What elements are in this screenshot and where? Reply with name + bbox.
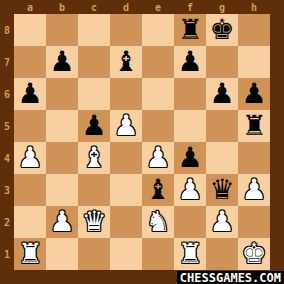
piece-white-pawn-g2[interactable]: ♟ — [209, 206, 234, 238]
square-e3[interactable]: ♝ — [142, 174, 174, 206]
square-c8[interactable] — [78, 14, 110, 46]
square-a5[interactable] — [14, 110, 46, 142]
square-f8[interactable]: ♜ — [174, 14, 206, 46]
piece-white-rook-a1[interactable]: ♜ — [17, 238, 42, 270]
square-g7[interactable] — [206, 46, 238, 78]
piece-black-pawn-f7[interactable]: ♟ — [177, 46, 202, 78]
square-f2[interactable] — [174, 206, 206, 238]
rank-label-4: 4 — [0, 142, 14, 174]
piece-black-bishop-e3[interactable]: ♝ — [145, 174, 170, 206]
square-g5[interactable] — [206, 110, 238, 142]
square-h3[interactable]: ♟ — [238, 174, 270, 206]
rank-label-1: 1 — [0, 238, 14, 270]
piece-black-king-g8[interactable]: ♚ — [209, 14, 234, 46]
square-e7[interactable] — [142, 46, 174, 78]
piece-white-rook-f1[interactable]: ♜ — [177, 238, 202, 270]
piece-black-rook-h5[interactable]: ♜ — [241, 110, 266, 142]
rank-label-8: 8 — [0, 14, 14, 46]
square-h2[interactable] — [238, 206, 270, 238]
square-b5[interactable] — [46, 110, 78, 142]
square-a8[interactable] — [14, 14, 46, 46]
file-label-c: c — [78, 0, 110, 14]
square-c4[interactable]: ♝ — [78, 142, 110, 174]
piece-black-bishop-d7[interactable]: ♝ — [113, 46, 138, 78]
piece-white-pawn-b2[interactable]: ♟ — [49, 206, 74, 238]
file-label-f: f — [174, 0, 206, 14]
square-c5[interactable]: ♟ — [78, 110, 110, 142]
square-c7[interactable] — [78, 46, 110, 78]
square-a4[interactable]: ♟ — [14, 142, 46, 174]
square-c3[interactable] — [78, 174, 110, 206]
rank-label-2: 2 — [0, 206, 14, 238]
piece-white-knight-e2[interactable]: ♞ — [145, 206, 170, 238]
square-h5[interactable]: ♜ — [238, 110, 270, 142]
square-h1[interactable]: ♚ — [238, 238, 270, 270]
square-g3[interactable]: ♛ — [206, 174, 238, 206]
square-d1[interactable] — [110, 238, 142, 270]
square-e4[interactable]: ♟ — [142, 142, 174, 174]
square-f3[interactable]: ♟ — [174, 174, 206, 206]
square-b3[interactable] — [46, 174, 78, 206]
square-b7[interactable]: ♟ — [46, 46, 78, 78]
square-f1[interactable]: ♜ — [174, 238, 206, 270]
piece-white-pawn-a4[interactable]: ♟ — [17, 142, 42, 174]
square-c2[interactable]: ♛ — [78, 206, 110, 238]
board: ♜♚♟♝♟♟♟♟♟♟♜♟♝♟♟♝♟♛♟♟♛♞♟♜♜♚ — [14, 14, 270, 270]
file-label-h: h — [238, 0, 270, 14]
file-label-g: g — [206, 0, 238, 14]
square-g6[interactable]: ♟ — [206, 78, 238, 110]
square-a6[interactable]: ♟ — [14, 78, 46, 110]
square-g8[interactable]: ♚ — [206, 14, 238, 46]
piece-black-pawn-g6[interactable]: ♟ — [209, 78, 234, 110]
square-a2[interactable] — [14, 206, 46, 238]
square-b4[interactable] — [46, 142, 78, 174]
square-c1[interactable] — [78, 238, 110, 270]
square-a7[interactable] — [14, 46, 46, 78]
piece-black-pawn-c5[interactable]: ♟ — [81, 110, 106, 142]
rank-label-3: 3 — [0, 174, 14, 206]
square-d4[interactable] — [110, 142, 142, 174]
square-b1[interactable] — [46, 238, 78, 270]
piece-white-pawn-e4[interactable]: ♟ — [145, 142, 170, 174]
piece-black-queen-g3[interactable]: ♛ — [209, 174, 234, 206]
square-f4[interactable]: ♟ — [174, 142, 206, 174]
file-label-e: e — [142, 0, 174, 14]
square-e6[interactable] — [142, 78, 174, 110]
piece-white-pawn-d5[interactable]: ♟ — [113, 110, 138, 142]
square-d8[interactable] — [110, 14, 142, 46]
file-label-d: d — [110, 0, 142, 14]
piece-white-queen-c2[interactable]: ♛ — [81, 206, 106, 238]
square-h4[interactable] — [238, 142, 270, 174]
chess-diagram: abcdefgh 87654321 ♜♚♟♝♟♟♟♟♟♟♜♟♝♟♟♝♟♛♟♟♛♞… — [0, 0, 284, 284]
piece-black-pawn-h6[interactable]: ♟ — [241, 78, 266, 110]
square-f6[interactable] — [174, 78, 206, 110]
piece-black-pawn-b7[interactable]: ♟ — [49, 46, 74, 78]
square-g2[interactable]: ♟ — [206, 206, 238, 238]
square-f5[interactable] — [174, 110, 206, 142]
square-d3[interactable] — [110, 174, 142, 206]
rank-label-7: 7 — [0, 46, 14, 78]
square-d5[interactable]: ♟ — [110, 110, 142, 142]
file-labels: abcdefgh — [14, 0, 270, 14]
square-h8[interactable] — [238, 14, 270, 46]
piece-white-king-h1[interactable]: ♚ — [241, 238, 266, 270]
square-e5[interactable] — [142, 110, 174, 142]
piece-black-rook-f8[interactable]: ♜ — [177, 14, 202, 46]
square-g4[interactable] — [206, 142, 238, 174]
square-e2[interactable]: ♞ — [142, 206, 174, 238]
square-d7[interactable]: ♝ — [110, 46, 142, 78]
square-h6[interactable]: ♟ — [238, 78, 270, 110]
square-e8[interactable] — [142, 14, 174, 46]
piece-white-pawn-f3[interactable]: ♟ — [177, 174, 202, 206]
piece-white-bishop-c4[interactable]: ♝ — [81, 142, 106, 174]
square-b6[interactable] — [46, 78, 78, 110]
file-label-a: a — [14, 0, 46, 14]
square-g1[interactable] — [206, 238, 238, 270]
square-d6[interactable] — [110, 78, 142, 110]
piece-black-pawn-a6[interactable]: ♟ — [17, 78, 42, 110]
site-watermark: CHESSGAMES.COM — [177, 271, 284, 284]
square-a3[interactable] — [14, 174, 46, 206]
piece-white-pawn-h3[interactable]: ♟ — [241, 174, 266, 206]
rank-labels: 87654321 — [0, 14, 14, 270]
file-label-b: b — [46, 0, 78, 14]
square-e1[interactable] — [142, 238, 174, 270]
piece-black-pawn-f4[interactable]: ♟ — [177, 142, 202, 174]
square-b2[interactable]: ♟ — [46, 206, 78, 238]
square-f7[interactable]: ♟ — [174, 46, 206, 78]
square-d2[interactable] — [110, 206, 142, 238]
square-c6[interactable] — [78, 78, 110, 110]
square-h7[interactable] — [238, 46, 270, 78]
rank-label-6: 6 — [0, 78, 14, 110]
square-a1[interactable]: ♜ — [14, 238, 46, 270]
rank-label-5: 5 — [0, 110, 14, 142]
square-b8[interactable] — [46, 14, 78, 46]
